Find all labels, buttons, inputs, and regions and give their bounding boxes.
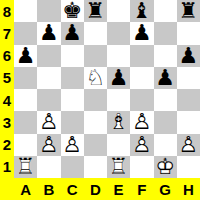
piece-fill-layer: ♜ xyxy=(14,156,37,178)
square-e6[interactable] xyxy=(107,45,130,67)
piece-black-bishop-f8[interactable]: ♝ xyxy=(130,0,153,22)
piece-fill-layer: ♝ xyxy=(107,111,130,133)
square-c8[interactable]: ♚ xyxy=(61,0,84,22)
square-b1[interactable] xyxy=(37,156,60,178)
square-h7[interactable] xyxy=(177,22,200,44)
rank-label-7: 7 xyxy=(0,22,14,44)
rank-label-3: 3 xyxy=(0,111,14,133)
square-g6[interactable] xyxy=(154,45,177,67)
piece-white-rook-e1[interactable]: ♖ xyxy=(107,156,130,178)
file-label-e: E xyxy=(107,178,130,200)
square-a4[interactable] xyxy=(14,89,37,111)
square-d3[interactable] xyxy=(84,111,107,133)
piece-white-knight-d5[interactable]: ♘ xyxy=(84,67,107,89)
square-b2[interactable]: ♟♙ xyxy=(37,134,60,156)
square-f3[interactable]: ♟♙ xyxy=(130,111,153,133)
chess-diagram: 87654321 ♚♜♝♜♟♟♟♟♟♞♘♟♟♟♙♝♗♟♙♟♙♟♙♟♙♟♙♜♖♜♖… xyxy=(0,0,200,200)
rank-labels: 87654321 xyxy=(0,0,14,178)
square-e7[interactable] xyxy=(107,22,130,44)
square-a2[interactable] xyxy=(14,134,37,156)
rank-label-2: 2 xyxy=(0,134,14,156)
piece-fill-layer: ♚ xyxy=(154,156,177,178)
piece-fill-layer: ♜ xyxy=(107,156,130,178)
square-f4[interactable] xyxy=(130,89,153,111)
piece-fill-layer: ♟ xyxy=(130,134,153,156)
square-g5[interactable]: ♟ xyxy=(154,67,177,89)
piece-black-pawn-f7[interactable]: ♟ xyxy=(130,22,153,44)
rank-label-6: 6 xyxy=(0,45,14,67)
square-d2[interactable] xyxy=(84,134,107,156)
rank-label-4: 4 xyxy=(0,89,14,111)
square-h2[interactable]: ♟♙ xyxy=(177,134,200,156)
piece-fill-layer: ♟ xyxy=(37,134,60,156)
square-a7[interactable] xyxy=(14,22,37,44)
square-c6[interactable] xyxy=(61,45,84,67)
square-f6[interactable] xyxy=(130,45,153,67)
square-e2[interactable] xyxy=(107,134,130,156)
square-h4[interactable] xyxy=(177,89,200,111)
chess-board: ♚♜♝♜♟♟♟♟♟♞♘♟♟♟♙♝♗♟♙♟♙♟♙♟♙♟♙♜♖♜♖♚♔ xyxy=(14,0,200,178)
piece-black-pawn-a6[interactable]: ♟ xyxy=(14,45,37,67)
piece-white-rook-a1[interactable]: ♖ xyxy=(14,156,37,178)
square-g4[interactable] xyxy=(154,89,177,111)
piece-fill-layer: ♟ xyxy=(61,134,84,156)
square-e8[interactable] xyxy=(107,0,130,22)
file-label-c: C xyxy=(61,178,84,200)
piece-fill-layer: ♞ xyxy=(84,67,107,89)
square-h3[interactable] xyxy=(177,111,200,133)
file-labels: ABCDEFGH xyxy=(0,178,200,200)
square-d8[interactable]: ♜ xyxy=(84,0,107,22)
square-g7[interactable] xyxy=(154,22,177,44)
piece-white-pawn-b2[interactable]: ♙ xyxy=(37,134,60,156)
square-h5[interactable] xyxy=(177,67,200,89)
square-c2[interactable]: ♟♙ xyxy=(61,134,84,156)
square-b4[interactable] xyxy=(37,89,60,111)
square-e3[interactable]: ♝♗ xyxy=(107,111,130,133)
piece-white-pawn-f2[interactable]: ♙ xyxy=(130,134,153,156)
square-c4[interactable] xyxy=(61,89,84,111)
piece-fill-layer: ♟ xyxy=(130,111,153,133)
piece-black-pawn-e5[interactable]: ♟ xyxy=(107,67,130,89)
file-label-a: A xyxy=(14,178,37,200)
square-a6[interactable]: ♟ xyxy=(14,45,37,67)
square-e5[interactable]: ♟ xyxy=(107,67,130,89)
file-label-h: H xyxy=(177,178,200,200)
square-f8[interactable]: ♝ xyxy=(130,0,153,22)
square-g3[interactable] xyxy=(154,111,177,133)
file-label-b: B xyxy=(37,178,60,200)
piece-fill-layer: ♟ xyxy=(37,111,60,133)
piece-white-pawn-h2[interactable]: ♙ xyxy=(177,134,200,156)
square-c7[interactable]: ♟ xyxy=(61,22,84,44)
square-b7[interactable]: ♟ xyxy=(37,22,60,44)
piece-black-pawn-h6[interactable]: ♟ xyxy=(177,45,200,67)
square-f5[interactable] xyxy=(130,67,153,89)
square-a3[interactable] xyxy=(14,111,37,133)
square-d4[interactable] xyxy=(84,89,107,111)
square-g1[interactable]: ♚♔ xyxy=(154,156,177,178)
piece-white-bishop-e3[interactable]: ♗ xyxy=(107,111,130,133)
piece-black-pawn-g5[interactable]: ♟ xyxy=(154,67,177,89)
square-c1[interactable] xyxy=(61,156,84,178)
file-label-g: G xyxy=(154,178,177,200)
piece-black-king-c8[interactable]: ♚ xyxy=(61,0,84,22)
square-b5[interactable] xyxy=(37,67,60,89)
file-label-f: F xyxy=(130,178,153,200)
piece-white-pawn-b3[interactable]: ♙ xyxy=(37,111,60,133)
square-g2[interactable] xyxy=(154,134,177,156)
square-a8[interactable] xyxy=(14,0,37,22)
square-a1[interactable]: ♜♖ xyxy=(14,156,37,178)
piece-black-pawn-b7[interactable]: ♟ xyxy=(37,22,60,44)
square-f1[interactable] xyxy=(130,156,153,178)
piece-white-pawn-c2[interactable]: ♙ xyxy=(61,134,84,156)
square-d6[interactable] xyxy=(84,45,107,67)
square-e1[interactable]: ♜♖ xyxy=(107,156,130,178)
square-b8[interactable] xyxy=(37,0,60,22)
square-b3[interactable]: ♟♙ xyxy=(37,111,60,133)
square-a5[interactable] xyxy=(14,67,37,89)
piece-black-rook-h8[interactable]: ♜ xyxy=(177,0,200,22)
square-c5[interactable] xyxy=(61,67,84,89)
square-h6[interactable]: ♟ xyxy=(177,45,200,67)
square-f2[interactable]: ♟♙ xyxy=(130,134,153,156)
rank-label-8: 8 xyxy=(0,0,14,22)
piece-white-king-g1[interactable]: ♔ xyxy=(154,156,177,178)
piece-black-rook-d8[interactable]: ♜ xyxy=(84,0,107,22)
piece-black-pawn-c7[interactable]: ♟ xyxy=(61,22,84,44)
square-b6[interactable] xyxy=(37,45,60,67)
square-c3[interactable] xyxy=(61,111,84,133)
square-f7[interactable]: ♟ xyxy=(130,22,153,44)
piece-white-pawn-f3[interactable]: ♙ xyxy=(130,111,153,133)
file-label-d: D xyxy=(84,178,107,200)
rank-label-1: 1 xyxy=(0,156,14,178)
square-g8[interactable] xyxy=(154,0,177,22)
rank-label-5: 5 xyxy=(0,67,14,89)
square-d5[interactable]: ♞♘ xyxy=(84,67,107,89)
square-d1[interactable] xyxy=(84,156,107,178)
square-h1[interactable] xyxy=(177,156,200,178)
square-h8[interactable]: ♜ xyxy=(177,0,200,22)
square-e4[interactable] xyxy=(107,89,130,111)
square-d7[interactable] xyxy=(84,22,107,44)
piece-fill-layer: ♟ xyxy=(177,134,200,156)
